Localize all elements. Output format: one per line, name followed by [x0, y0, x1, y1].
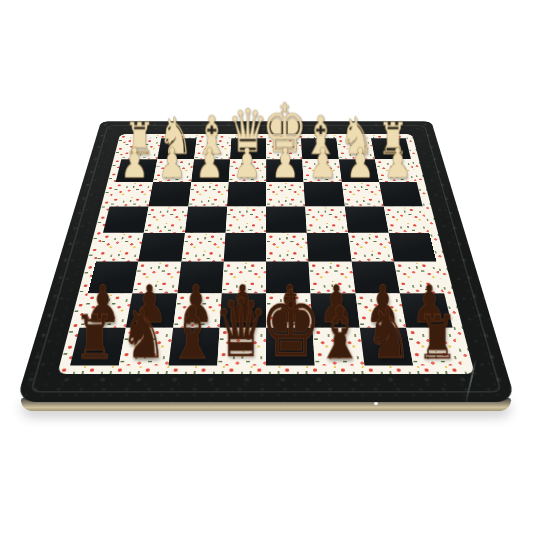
floral-border: ♜♞♝♛♚♝♞♜♟♟♟♟♟♟♟♟♟♟♟♟♟♟♟♟♜♞♝♛♚♝♞♜ [57, 134, 474, 374]
square-c1[interactable]: ♝ [168, 328, 219, 366]
square-d1[interactable]: ♛ [217, 328, 266, 366]
square-a6[interactable] [110, 182, 154, 206]
square-e6[interactable] [266, 182, 305, 206]
piece-dark-rook[interactable]: ♜ [417, 309, 458, 367]
scene-perspective: ♜♞♝♛♚♝♞♜♟♟♟♟♟♟♟♟♟♟♟♟♟♟♟♟♜♞♝♛♚♝♞♜ [0, 0, 533, 533]
square-f6[interactable] [304, 182, 345, 206]
piece-dark-knight[interactable]: ♞ [365, 301, 412, 367]
square-g4[interactable] [348, 233, 394, 262]
square-d7[interactable]: ♟ [229, 159, 267, 182]
piece-light-pawn[interactable]: ♟ [195, 143, 223, 183]
square-f4[interactable] [307, 233, 351, 262]
square-a4[interactable] [96, 233, 144, 262]
square-f7[interactable]: ♟ [302, 159, 341, 182]
piece-dark-bishop[interactable]: ♝ [315, 299, 364, 367]
square-g5[interactable] [344, 206, 388, 232]
square-b4[interactable] [138, 233, 184, 262]
piece-light-pawn[interactable]: ♟ [384, 143, 412, 183]
square-c5[interactable] [185, 206, 227, 232]
piece-dark-bishop[interactable]: ♝ [168, 299, 217, 367]
photo-canvas: ♜♞♝♛♚♝♞♜♟♟♟♟♟♟♟♟♟♟♟♟♟♟♟♟♜♞♝♛♚♝♞♜ [0, 0, 533, 533]
piece-dark-king[interactable]: ♚ [260, 281, 322, 367]
square-g7[interactable]: ♟ [339, 159, 379, 182]
piece-dark-rook[interactable]: ♜ [74, 309, 115, 367]
piece-light-pawn[interactable]: ♟ [233, 143, 261, 183]
square-e5[interactable] [266, 206, 307, 232]
square-d6[interactable] [227, 182, 266, 206]
square-e4[interactable] [266, 233, 309, 262]
square-g6[interactable] [341, 182, 383, 206]
square-d5[interactable] [225, 206, 266, 232]
square-h1[interactable]: ♜ [406, 328, 462, 366]
square-c7[interactable]: ♟ [191, 159, 230, 182]
piece-light-pawn[interactable]: ♟ [120, 143, 148, 183]
square-b1[interactable]: ♞ [119, 328, 173, 366]
board-tilt: ♜♞♝♛♚♝♞♜♟♟♟♟♟♟♟♟♟♟♟♟♟♟♟♟♜♞♝♛♚♝♞♜ [16, 121, 516, 402]
square-a5[interactable] [103, 206, 149, 232]
piece-light-pawn[interactable]: ♟ [271, 143, 299, 183]
piece-light-pawn[interactable]: ♟ [308, 143, 336, 183]
square-h6[interactable] [379, 182, 423, 206]
square-b7[interactable]: ♟ [153, 159, 193, 182]
square-b5[interactable] [144, 206, 188, 232]
square-c4[interactable] [181, 233, 225, 262]
piece-light-pawn[interactable]: ♟ [346, 143, 374, 183]
square-a1[interactable]: ♜ [70, 328, 126, 366]
square-e7[interactable]: ♟ [266, 159, 304, 182]
square-h4[interactable] [388, 233, 436, 262]
square-e1[interactable]: ♚ [266, 328, 315, 366]
piece-light-pawn[interactable]: ♟ [158, 143, 186, 183]
square-h5[interactable] [384, 206, 430, 232]
square-a7[interactable]: ♟ [116, 159, 158, 182]
square-h7[interactable]: ♟ [375, 159, 417, 182]
square-g1[interactable]: ♞ [359, 328, 413, 366]
board-frame: ♜♞♝♛♚♝♞♜♟♟♟♟♟♟♟♟♟♟♟♟♟♟♟♟♜♞♝♛♚♝♞♜ [16, 121, 516, 402]
square-c6[interactable] [188, 182, 229, 206]
square-b6[interactable] [149, 182, 191, 206]
square-f5[interactable] [305, 206, 347, 232]
chessboard-grid: ♜♞♝♛♚♝♞♜♟♟♟♟♟♟♟♟♟♟♟♟♟♟♟♟♜♞♝♛♚♝♞♜ [70, 138, 462, 365]
square-d4[interactable] [224, 233, 267, 262]
piece-dark-knight[interactable]: ♞ [120, 301, 167, 367]
